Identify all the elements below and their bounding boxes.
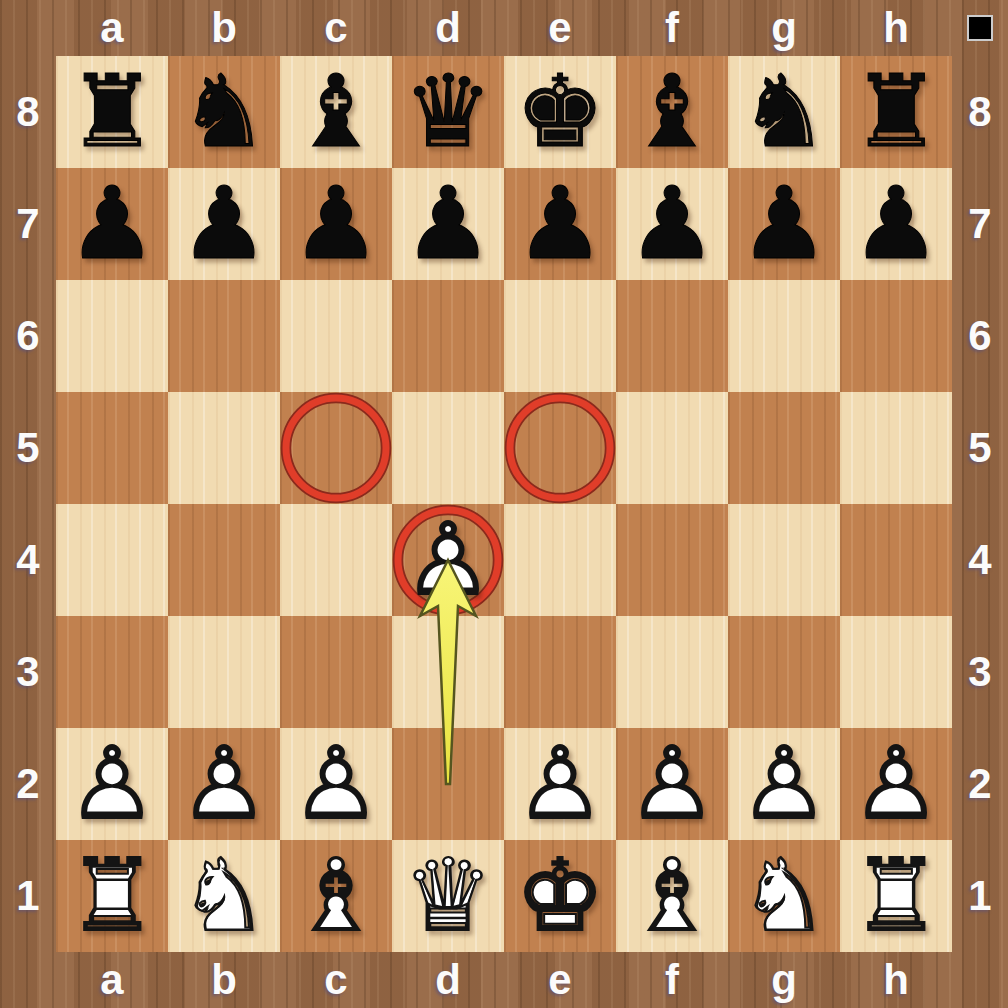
- piece-white-pawn-c2[interactable]: ♟♙: [280, 728, 392, 840]
- black-rook-glyph: ♜: [56, 56, 168, 168]
- square-b6[interactable]: [168, 280, 280, 392]
- piece-white-pawn-a2[interactable]: ♟♙: [56, 728, 168, 840]
- white-king-outline-glyph: ♔: [504, 840, 616, 952]
- piece-white-pawn-h2[interactable]: ♟♙: [840, 728, 952, 840]
- piece-black-pawn-d7[interactable]: ♟: [392, 168, 504, 280]
- white-pawn-outline-glyph: ♙: [56, 728, 168, 840]
- white-pawn-outline-glyph: ♙: [168, 728, 280, 840]
- black-knight-glyph: ♞: [168, 56, 280, 168]
- square-a3[interactable]: [56, 616, 168, 728]
- black-king-glyph: ♚: [504, 56, 616, 168]
- square-d6[interactable]: [392, 280, 504, 392]
- white-knight-outline-glyph: ♘: [728, 840, 840, 952]
- piece-white-pawn-f2[interactable]: ♟♙: [616, 728, 728, 840]
- square-f4[interactable]: [616, 504, 728, 616]
- square-e5[interactable]: [504, 392, 616, 504]
- white-rook-outline-glyph: ♖: [840, 840, 952, 952]
- square-a5[interactable]: [56, 392, 168, 504]
- white-knight-outline-glyph: ♘: [168, 840, 280, 952]
- black-bishop-glyph: ♝: [280, 56, 392, 168]
- piece-black-pawn-f7[interactable]: ♟: [616, 168, 728, 280]
- black-pawn-glyph: ♟: [56, 168, 168, 280]
- piece-black-knight-g8[interactable]: ♞: [728, 56, 840, 168]
- black-pawn-glyph: ♟: [168, 168, 280, 280]
- white-rook-outline-glyph: ♖: [56, 840, 168, 952]
- white-bishop-outline-glyph: ♗: [280, 840, 392, 952]
- black-pawn-glyph: ♟: [840, 168, 952, 280]
- piece-black-pawn-c7[interactable]: ♟: [280, 168, 392, 280]
- piece-black-rook-h8[interactable]: ♜: [840, 56, 952, 168]
- piece-white-rook-a1[interactable]: ♜♖: [56, 840, 168, 952]
- square-c5[interactable]: [280, 392, 392, 504]
- square-c6[interactable]: [280, 280, 392, 392]
- square-g3[interactable]: [728, 616, 840, 728]
- white-pawn-outline-glyph: ♙: [728, 728, 840, 840]
- piece-white-bishop-f1[interactable]: ♝♗: [616, 840, 728, 952]
- black-bishop-glyph: ♝: [616, 56, 728, 168]
- piece-black-pawn-e7[interactable]: ♟: [504, 168, 616, 280]
- square-b3[interactable]: [168, 616, 280, 728]
- piece-black-pawn-b7[interactable]: ♟: [168, 168, 280, 280]
- square-h3[interactable]: [840, 616, 952, 728]
- black-pawn-glyph: ♟: [280, 168, 392, 280]
- square-a4[interactable]: [56, 504, 168, 616]
- black-pawn-glyph: ♟: [728, 168, 840, 280]
- square-g5[interactable]: [728, 392, 840, 504]
- piece-black-king-e8[interactable]: ♚: [504, 56, 616, 168]
- turn-indicator-black-to-move: [967, 15, 993, 41]
- black-pawn-glyph: ♟: [392, 168, 504, 280]
- piece-white-pawn-b2[interactable]: ♟♙: [168, 728, 280, 840]
- square-f6[interactable]: [616, 280, 728, 392]
- white-pawn-outline-glyph: ♙: [840, 728, 952, 840]
- black-pawn-glyph: ♟: [616, 168, 728, 280]
- piece-white-rook-h1[interactable]: ♜♖: [840, 840, 952, 952]
- piece-white-queen-d1[interactable]: ♛♕: [392, 840, 504, 952]
- piece-white-pawn-d4[interactable]: ♟♙: [392, 504, 504, 616]
- square-h4[interactable]: [840, 504, 952, 616]
- square-g4[interactable]: [728, 504, 840, 616]
- square-e4[interactable]: [504, 504, 616, 616]
- piece-black-pawn-h7[interactable]: ♟: [840, 168, 952, 280]
- square-b5[interactable]: [168, 392, 280, 504]
- square-f3[interactable]: [616, 616, 728, 728]
- piece-black-knight-b8[interactable]: ♞: [168, 56, 280, 168]
- black-knight-glyph: ♞: [728, 56, 840, 168]
- piece-white-knight-b1[interactable]: ♞♘: [168, 840, 280, 952]
- square-b4[interactable]: [168, 504, 280, 616]
- piece-black-pawn-a7[interactable]: ♟: [56, 168, 168, 280]
- black-queen-glyph: ♛: [392, 56, 504, 168]
- piece-white-king-e1[interactable]: ♚♔: [504, 840, 616, 952]
- black-rook-glyph: ♜: [840, 56, 952, 168]
- piece-white-bishop-c1[interactable]: ♝♗: [280, 840, 392, 952]
- square-c4[interactable]: [280, 504, 392, 616]
- square-d5[interactable]: [392, 392, 504, 504]
- piece-black-pawn-g7[interactable]: ♟: [728, 168, 840, 280]
- white-pawn-outline-glyph: ♙: [616, 728, 728, 840]
- square-e3[interactable]: [504, 616, 616, 728]
- black-pawn-glyph: ♟: [504, 168, 616, 280]
- square-f5[interactable]: [616, 392, 728, 504]
- square-d2[interactable]: [392, 728, 504, 840]
- square-c3[interactable]: [280, 616, 392, 728]
- square-a6[interactable]: [56, 280, 168, 392]
- square-g6[interactable]: [728, 280, 840, 392]
- square-h5[interactable]: [840, 392, 952, 504]
- square-e6[interactable]: [504, 280, 616, 392]
- square-h6[interactable]: [840, 280, 952, 392]
- piece-white-knight-g1[interactable]: ♞♘: [728, 840, 840, 952]
- piece-black-queen-d8[interactable]: ♛: [392, 56, 504, 168]
- white-pawn-outline-glyph: ♙: [280, 728, 392, 840]
- piece-white-pawn-e2[interactable]: ♟♙: [504, 728, 616, 840]
- square-d3[interactable]: [392, 616, 504, 728]
- piece-white-pawn-g2[interactable]: ♟♙: [728, 728, 840, 840]
- white-bishop-outline-glyph: ♗: [616, 840, 728, 952]
- white-pawn-outline-glyph: ♙: [392, 504, 504, 616]
- piece-black-bishop-c8[interactable]: ♝: [280, 56, 392, 168]
- piece-black-rook-a8[interactable]: ♜: [56, 56, 168, 168]
- piece-black-bishop-f8[interactable]: ♝: [616, 56, 728, 168]
- white-queen-outline-glyph: ♕: [392, 840, 504, 952]
- white-pawn-outline-glyph: ♙: [504, 728, 616, 840]
